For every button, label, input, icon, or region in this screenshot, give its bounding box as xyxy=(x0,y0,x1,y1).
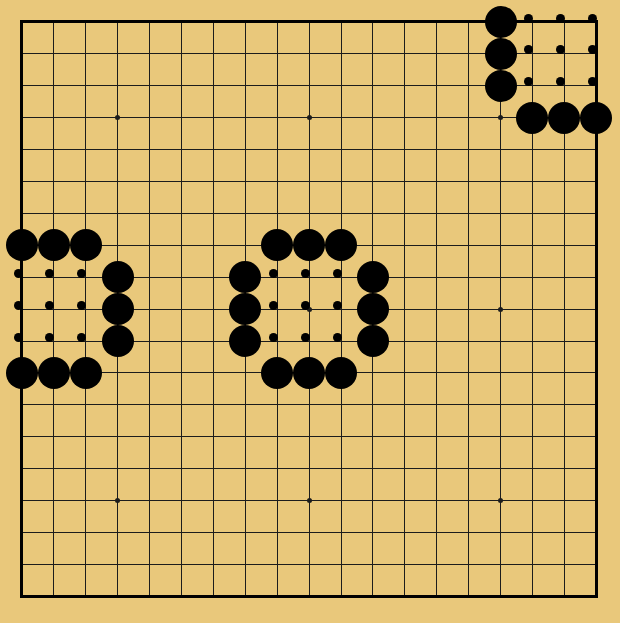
territory-marker-dot xyxy=(301,333,310,342)
territory-marker-dot xyxy=(333,301,342,310)
black-stone[interactable] xyxy=(70,357,102,389)
grid-line-vertical xyxy=(341,23,342,595)
black-stone[interactable] xyxy=(38,229,70,261)
star-point xyxy=(498,498,503,503)
grid-line-horizontal xyxy=(23,468,595,469)
grid-line-horizontal xyxy=(23,404,595,405)
territory-marker-dot xyxy=(45,301,54,310)
territory-marker-dot xyxy=(14,269,23,278)
black-stone[interactable] xyxy=(357,325,389,357)
black-stone[interactable] xyxy=(516,102,548,134)
territory-marker-dot xyxy=(269,333,278,342)
territory-marker-dot xyxy=(77,269,86,278)
black-stone[interactable] xyxy=(357,261,389,293)
territory-marker-dot xyxy=(269,301,278,310)
grid-line-horizontal xyxy=(23,532,595,533)
black-stone[interactable] xyxy=(293,357,325,389)
grid-line-horizontal xyxy=(23,436,595,437)
territory-marker-dot xyxy=(269,269,278,278)
black-stone[interactable] xyxy=(102,261,134,293)
black-stone[interactable] xyxy=(261,357,293,389)
black-stone[interactable] xyxy=(548,102,580,134)
black-stone[interactable] xyxy=(6,357,38,389)
grid-line-horizontal xyxy=(23,564,595,565)
territory-marker-dot xyxy=(77,301,86,310)
black-stone[interactable] xyxy=(325,357,357,389)
territory-marker-dot xyxy=(77,333,86,342)
territory-marker-dot xyxy=(14,333,23,342)
black-stone[interactable] xyxy=(357,293,389,325)
territory-marker-dot xyxy=(588,14,597,23)
territory-marker-dot xyxy=(45,333,54,342)
black-stone[interactable] xyxy=(580,102,612,134)
black-stone[interactable] xyxy=(70,229,102,261)
black-stone[interactable] xyxy=(485,38,517,70)
go-board[interactable] xyxy=(0,0,620,623)
star-point xyxy=(307,115,312,120)
territory-marker-dot xyxy=(556,14,565,23)
black-stone[interactable] xyxy=(38,357,70,389)
black-stone[interactable] xyxy=(102,293,134,325)
grid-line-vertical xyxy=(404,23,405,595)
territory-marker-dot xyxy=(301,269,310,278)
territory-marker-dot xyxy=(14,301,23,310)
territory-marker-dot xyxy=(524,14,533,23)
grid-line-vertical xyxy=(436,23,437,595)
territory-marker-dot xyxy=(333,333,342,342)
black-stone[interactable] xyxy=(485,70,517,102)
black-stone[interactable] xyxy=(102,325,134,357)
territory-marker-dot xyxy=(333,269,342,278)
star-point xyxy=(307,498,312,503)
black-stone[interactable] xyxy=(485,6,517,38)
territory-marker-dot xyxy=(301,301,310,310)
grid-line-vertical xyxy=(468,23,469,595)
star-point xyxy=(498,307,503,312)
territory-marker-dot xyxy=(588,77,597,86)
